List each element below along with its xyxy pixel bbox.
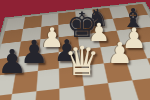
piece-white-queen-e5[interactable]: ♛ — [64, 41, 100, 81]
pieces-layer: ♝♞♚♟♟♟♟♟♟♛♟ — [0, 0, 150, 100]
piece-white-pawn-g5[interactable]: ♟ — [107, 39, 133, 68]
piece-black-pawn-a5[interactable]: ♟ — [0, 45, 27, 78]
chess-app-window: ♝♞♚♟♟♟♟♟♟♛♟ — [0, 0, 150, 100]
